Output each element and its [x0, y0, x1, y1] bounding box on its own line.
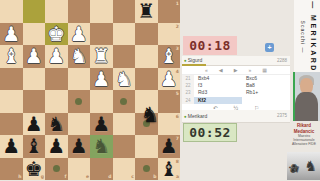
square-e5[interactable]: [68, 90, 91, 113]
white-pawn-piece[interactable]: ♟: [45, 45, 68, 68]
white-move[interactable]: Rd3: [194, 89, 242, 96]
online-dot-icon: ●: [184, 114, 187, 119]
top-player-clock: 00:18: [183, 36, 237, 55]
square-e3[interactable]: ♞: [68, 45, 91, 68]
white-move[interactable]: f3: [194, 82, 242, 89]
knight-icon: ♞: [304, 158, 317, 174]
white-move[interactable]: Kf2: [194, 97, 242, 104]
fallen-king-icon: ♚: [287, 161, 303, 176]
square-f3[interactable]: ♟: [45, 45, 68, 68]
file-coordinate: h: [18, 174, 21, 179]
square-b3[interactable]: [135, 45, 158, 68]
square-a7[interactable]: ♟7: [158, 135, 181, 158]
prev-move-icon[interactable]: ◀: [219, 66, 223, 74]
square-b7[interactable]: [135, 135, 158, 158]
move-number: 22: [182, 82, 194, 89]
square-d5[interactable]: [90, 90, 113, 113]
square-a4[interactable]: ♟4: [158, 68, 181, 91]
white-pawn-piece[interactable]: ♟: [0, 23, 23, 46]
square-e1[interactable]: [68, 0, 91, 23]
square-a8[interactable]: ♝a8: [158, 158, 181, 181]
rank-coordinate: 1: [176, 1, 179, 6]
legal-move-dot[interactable]: [143, 165, 150, 172]
square-d8[interactable]: d: [90, 158, 113, 181]
black-move[interactable]: [242, 97, 290, 104]
square-h8[interactable]: h: [0, 158, 23, 181]
move-row: 24Kf2: [182, 97, 290, 104]
move-list-panel: «◀▶»▦ 21Bxb4Bxc622f3Ba823Rd3Rb1+24Kf2 ↶ …: [182, 66, 290, 110]
square-f8[interactable]: f: [45, 158, 68, 181]
white-king-piece[interactable]: ♚: [45, 23, 68, 46]
square-g2[interactable]: [23, 23, 46, 46]
square-h3[interactable]: ♝: [0, 45, 23, 68]
square-a1[interactable]: 1: [158, 0, 181, 23]
bottom-player-name: Merikard: [188, 113, 207, 119]
square-f5[interactable]: [45, 90, 68, 113]
last-move-icon[interactable]: »: [248, 66, 251, 74]
commentator-caption: Rikard Medancic Maestro Internazionale A…: [288, 123, 320, 147]
square-h2[interactable]: ♟: [0, 23, 23, 46]
rank-coordinate: 6: [176, 114, 179, 119]
brand-strip: — MERIKARD Scacchi —: [294, 0, 320, 74]
white-pawn-piece[interactable]: ♟: [68, 23, 91, 46]
square-d1[interactable]: [90, 0, 113, 23]
square-e4[interactable]: [68, 68, 91, 91]
rank-coordinate: 7: [176, 136, 179, 141]
black-knight-piece[interactable]: ♞: [90, 135, 113, 158]
square-g1[interactable]: [23, 0, 46, 23]
top-player-name: Sigurd: [188, 57, 202, 63]
square-d4[interactable]: ♟: [90, 68, 113, 91]
legal-move-dot[interactable]: [75, 98, 82, 105]
bottom-player-clock: 00:52: [183, 123, 237, 142]
black-move[interactable]: Ba8: [242, 82, 290, 89]
square-c1[interactable]: [113, 0, 136, 23]
square-f1[interactable]: [45, 0, 68, 23]
square-e6[interactable]: [68, 113, 91, 136]
rank-coordinate: 5: [176, 91, 179, 96]
square-e7[interactable]: ♟: [68, 135, 91, 158]
legal-move-dot[interactable]: [120, 98, 127, 105]
square-c3[interactable]: [113, 45, 136, 68]
black-pawn-piece[interactable]: ♟: [23, 113, 46, 136]
first-move-icon[interactable]: «: [205, 66, 208, 74]
square-e8[interactable]: e: [68, 158, 91, 181]
board-menu-icon[interactable]: ▦: [262, 66, 267, 74]
square-c4[interactable]: ♞: [113, 68, 136, 91]
file-coordinate: e: [86, 174, 89, 179]
square-g8[interactable]: ♚g: [23, 158, 46, 181]
square-g3[interactable]: ♟: [23, 45, 46, 68]
square-b2[interactable]: [135, 23, 158, 46]
square-c8[interactable]: c: [113, 158, 136, 181]
square-g4[interactable]: [23, 68, 46, 91]
black-rook-piece[interactable]: ♜: [135, 0, 158, 23]
square-d7[interactable]: ♞: [90, 135, 113, 158]
file-coordinate: d: [108, 174, 111, 179]
file-coordinate: g: [41, 174, 44, 179]
square-c7[interactable]: [113, 135, 136, 158]
black-bishop-piece[interactable]: ♝: [23, 135, 46, 158]
square-b4[interactable]: [135, 68, 158, 91]
rank-coordinate: 8: [176, 159, 179, 164]
file-coordinate: b: [153, 174, 156, 179]
square-d2[interactable]: [90, 23, 113, 46]
square-g5[interactable]: [23, 90, 46, 113]
online-dot-icon: ●: [184, 58, 187, 63]
webcam-body: [295, 92, 318, 121]
white-knight-piece[interactable]: ♞: [113, 68, 136, 91]
square-a2[interactable]: 2: [158, 23, 181, 46]
square-b8[interactable]: b: [135, 158, 158, 181]
commentator-webcam: [293, 72, 320, 121]
square-g7[interactable]: ♝: [23, 135, 46, 158]
square-h5[interactable]: [0, 90, 23, 113]
square-h1[interactable]: [0, 0, 23, 23]
side-panel: 00:18 + ●Sigurd 2288 «◀▶»▦ 21Bxb4Bxc622f…: [180, 0, 320, 180]
black-move[interactable]: Rb1+: [242, 89, 290, 96]
square-f6[interactable]: ♞: [45, 113, 68, 136]
square-b1[interactable]: ♜: [135, 0, 158, 23]
white-pawn-piece[interactable]: ♟: [90, 68, 113, 91]
file-coordinate: c: [131, 174, 134, 179]
move-row: 22f3Ba8: [182, 82, 290, 89]
square-d3[interactable]: ♜: [90, 45, 113, 68]
square-f4[interactable]: [45, 68, 68, 91]
square-c5[interactable]: [113, 90, 136, 113]
square-d6[interactable]: ♟: [90, 113, 113, 136]
white-knight-piece[interactable]: ♞: [68, 45, 91, 68]
legal-move-dot[interactable]: [53, 165, 60, 172]
black-pawn-piece[interactable]: ♟: [45, 135, 68, 158]
brand-name: — MERIKARD: [307, 0, 320, 74]
white-rook-piece[interactable]: ♜: [90, 45, 113, 68]
expand-icon[interactable]: +: [265, 43, 274, 52]
bottom-player-rating: 2375: [277, 110, 287, 122]
white-bishop-piece[interactable]: ♝: [0, 45, 23, 68]
white-pawn-piece[interactable]: ♟: [23, 45, 46, 68]
black-pawn-piece[interactable]: ♟: [0, 135, 23, 158]
file-coordinate: a: [176, 174, 179, 179]
square-g6[interactable]: ♟: [23, 113, 46, 136]
top-player-rating: 2288: [277, 56, 287, 65]
square-h7[interactable]: ♟: [0, 135, 23, 158]
dragged-black-knight[interactable]: ♞: [139, 104, 162, 127]
black-move[interactable]: Bxc6: [242, 75, 290, 82]
brand-subtitle: Scacchi —: [299, 0, 307, 74]
square-h6[interactable]: [0, 113, 23, 136]
square-a3[interactable]: ♝3: [158, 45, 181, 68]
rank-coordinate: 2: [176, 24, 179, 29]
chess-pieces-photo: ♚ ♞: [287, 152, 320, 180]
square-c2[interactable]: [113, 23, 136, 46]
commentator-title-2: Allenatore FIDE: [288, 142, 320, 146]
chess-board[interactable]: ♜1♟♚♟2♝♟♟♞♜♝3♟♞♟45♟♞♟6♟♝♟♟♞♟7h♚gfedcb♝a8: [0, 0, 180, 180]
file-coordinate: f: [65, 174, 67, 179]
square-h4[interactable]: [0, 68, 23, 91]
rank-coordinate: 4: [176, 69, 179, 74]
move-row: 23Rd3Rb1+: [182, 89, 290, 96]
next-move-icon[interactable]: ▶: [234, 66, 238, 74]
move-number: 21: [182, 75, 194, 82]
move-number: 24: [182, 97, 194, 104]
square-e2[interactable]: ♟: [68, 23, 91, 46]
rank-coordinate: 3: [176, 46, 179, 51]
white-move[interactable]: Bxb4: [194, 75, 242, 82]
move-number: 23: [182, 89, 194, 96]
black-knight-piece[interactable]: ♞: [45, 113, 68, 136]
black-pawn-piece[interactable]: ♟: [68, 135, 91, 158]
commentator-title-1: Maestro Internazionale: [288, 134, 320, 142]
black-pawn-piece[interactable]: ♟: [90, 113, 113, 136]
move-row: 21Bxb4Bxc6: [182, 75, 290, 82]
commentator-name: Rikard Medancic: [288, 123, 320, 134]
move-rows: 21Bxb4Bxc622f3Ba823Rd3Rb1+24Kf2: [182, 75, 290, 104]
square-f7[interactable]: ♟: [45, 135, 68, 158]
move-nav-bar: «◀▶»▦: [182, 66, 290, 75]
square-f2[interactable]: ♚: [45, 23, 68, 46]
square-c6[interactable]: [113, 113, 136, 136]
bottom-player-bar[interactable]: ●Merikard 2375: [182, 110, 290, 123]
